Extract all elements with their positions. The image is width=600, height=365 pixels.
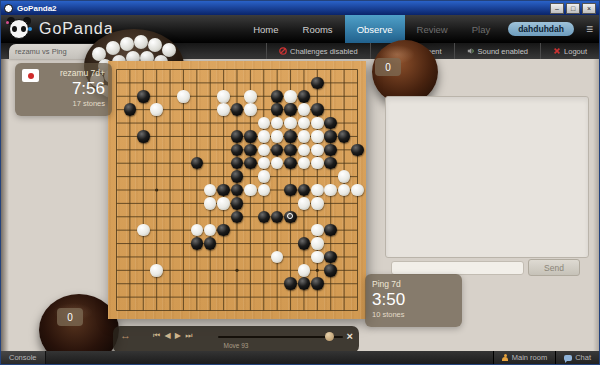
table-edge-shadow bbox=[1, 59, 9, 353]
playback-buttons[interactable]: ⏮ ◀ ▶ ⏭ bbox=[153, 331, 193, 341]
controls-close-icon[interactable]: × bbox=[347, 330, 353, 342]
black-stone bbox=[338, 130, 351, 143]
white-player-card: rezamu 7d+ 7:56 17 stones bbox=[15, 63, 112, 116]
last-move-marker bbox=[287, 213, 293, 219]
white-stone bbox=[217, 90, 230, 103]
white-stone bbox=[311, 157, 324, 170]
gopanda-window: GoPanda2 – □ × GoPanda Home Rooms Observ… bbox=[0, 0, 600, 365]
black-stone bbox=[284, 144, 297, 157]
white-stone bbox=[298, 130, 311, 143]
chat-bubble-icon bbox=[564, 355, 572, 361]
black-stone bbox=[244, 144, 257, 157]
move-tool-icon[interactable]: ↔ bbox=[120, 329, 128, 341]
white-period-stones: 17 stones bbox=[22, 99, 105, 108]
white-stone bbox=[177, 90, 190, 103]
white-captures-badge: 0 bbox=[375, 58, 401, 76]
white-stone bbox=[258, 170, 271, 183]
black-player-card: Ping 7d 3:50 10 stones bbox=[365, 274, 462, 327]
white-stone bbox=[311, 184, 324, 197]
black-stone bbox=[311, 103, 324, 116]
nav-observe[interactable]: Observe bbox=[345, 15, 405, 43]
japan-flag-icon bbox=[22, 69, 39, 82]
white-player-clock: 7:56 bbox=[22, 79, 105, 99]
minimize-button[interactable]: – bbox=[550, 3, 564, 14]
white-stone bbox=[311, 197, 324, 210]
playback-control-bar: ↔ ⏮ ◀ ▶ ⏭ Move 93 × bbox=[113, 326, 359, 353]
status-bar: Console Main room Chat bbox=[1, 351, 599, 364]
white-stone bbox=[284, 90, 297, 103]
move-number-label: Move 93 bbox=[113, 342, 359, 349]
no-entry-icon bbox=[279, 47, 287, 55]
white-stone bbox=[311, 224, 324, 237]
nav-review[interactable]: Review bbox=[405, 15, 460, 43]
black-stone bbox=[217, 184, 230, 197]
black-stone bbox=[258, 211, 271, 224]
person-icon bbox=[502, 354, 509, 361]
black-stone bbox=[298, 277, 311, 290]
white-stone bbox=[298, 264, 311, 277]
nav-play[interactable]: Play bbox=[460, 15, 502, 43]
go-board[interactable] bbox=[108, 61, 366, 319]
black-stone bbox=[284, 130, 297, 143]
bowl-white-stone bbox=[148, 38, 162, 52]
sound-enabled-button[interactable]: Sound enabled bbox=[454, 43, 540, 59]
black-stone bbox=[298, 90, 311, 103]
black-captures-badge: 0 bbox=[57, 308, 83, 326]
black-stone bbox=[244, 157, 257, 170]
black-stone bbox=[191, 237, 204, 250]
black-stone bbox=[351, 144, 364, 157]
bowl-white-stone bbox=[106, 41, 120, 55]
black-stone bbox=[137, 90, 150, 103]
chat-toggle-button[interactable]: Chat bbox=[555, 351, 599, 364]
white-stone bbox=[204, 197, 217, 210]
black-stone bbox=[284, 184, 297, 197]
black-stone bbox=[324, 264, 337, 277]
user-button[interactable]: dahduhdah bbox=[508, 22, 574, 36]
white-stone bbox=[298, 197, 311, 210]
white-stone bbox=[298, 103, 311, 116]
logout-button[interactable]: Logout bbox=[540, 43, 599, 59]
black-stone bbox=[231, 197, 244, 210]
main-nav: Home Rooms Observe Review Play dahduhdah… bbox=[241, 15, 599, 43]
chat-message-panel[interactable] bbox=[385, 96, 589, 258]
black-stone bbox=[231, 130, 244, 143]
white-stone bbox=[258, 144, 271, 157]
black-stone bbox=[124, 103, 137, 116]
black-period-stones: 10 stones bbox=[372, 310, 455, 319]
black-stone bbox=[137, 130, 150, 143]
chat-input[interactable] bbox=[391, 261, 524, 275]
red-x-icon bbox=[553, 47, 561, 55]
white-stone bbox=[244, 90, 257, 103]
white-stone bbox=[311, 237, 324, 250]
black-stone bbox=[284, 103, 297, 116]
table-edge-shadow bbox=[593, 59, 599, 353]
white-stone bbox=[244, 103, 257, 116]
app-icon bbox=[4, 4, 13, 13]
bowl-white-stone bbox=[120, 37, 134, 51]
white-stone bbox=[217, 197, 230, 210]
black-stone bbox=[324, 144, 337, 157]
window-titlebar[interactable]: GoPanda2 – □ × bbox=[1, 1, 599, 15]
panda-logo-icon bbox=[7, 17, 31, 41]
black-stone bbox=[298, 237, 311, 250]
nav-home[interactable]: Home bbox=[241, 15, 290, 43]
white-stone bbox=[258, 130, 271, 143]
window-title: GoPanda2 bbox=[17, 4, 548, 13]
move-slider-knob[interactable] bbox=[325, 332, 334, 341]
black-stone bbox=[311, 77, 324, 90]
challenges-disabled-button[interactable]: Challenges disabled bbox=[266, 43, 370, 59]
close-button[interactable]: × bbox=[582, 3, 596, 14]
black-stone bbox=[324, 130, 337, 143]
send-button[interactable]: Send bbox=[528, 259, 580, 276]
white-stone bbox=[311, 130, 324, 143]
white-stone bbox=[217, 103, 230, 116]
white-stone bbox=[311, 117, 324, 130]
black-stone bbox=[311, 277, 324, 290]
black-player-clock: 3:50 bbox=[372, 290, 455, 310]
white-stone bbox=[271, 130, 284, 143]
white-stone bbox=[311, 144, 324, 157]
white-stone bbox=[137, 224, 150, 237]
bowl-white-stone bbox=[134, 35, 148, 49]
black-stone bbox=[284, 211, 297, 224]
nav-rooms[interactable]: Rooms bbox=[291, 15, 345, 43]
white-stone bbox=[351, 184, 364, 197]
white-stone bbox=[150, 264, 163, 277]
black-stone bbox=[231, 170, 244, 183]
hamburger-menu-icon[interactable]: ≡ bbox=[580, 22, 599, 36]
black-stone bbox=[271, 90, 284, 103]
app-header: GoPanda Home Rooms Observe Review Play d… bbox=[1, 15, 599, 43]
white-stone bbox=[244, 184, 257, 197]
black-stone bbox=[284, 277, 297, 290]
main-room-button[interactable]: Main room bbox=[493, 351, 555, 364]
white-stone bbox=[150, 103, 163, 116]
console-button[interactable]: Console bbox=[1, 351, 46, 364]
black-stone bbox=[244, 130, 257, 143]
black-stone bbox=[324, 251, 337, 264]
black-player-name: Ping 7d bbox=[372, 279, 455, 289]
app-wordmark: GoPanda bbox=[39, 20, 114, 38]
white-stone bbox=[311, 251, 324, 264]
maximize-button[interactable]: □ bbox=[566, 3, 580, 14]
speaker-icon bbox=[467, 47, 475, 55]
